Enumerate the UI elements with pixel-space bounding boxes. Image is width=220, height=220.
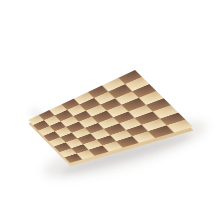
product-photo <box>0 0 220 220</box>
